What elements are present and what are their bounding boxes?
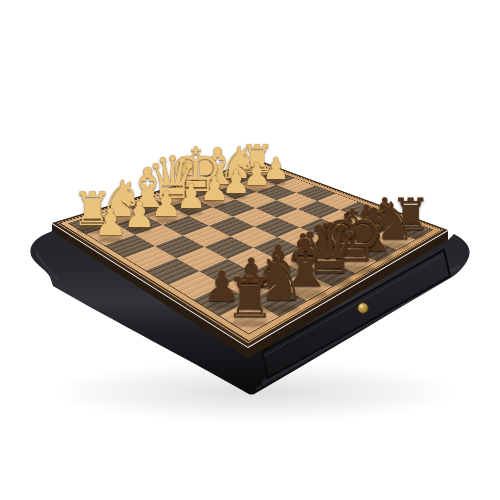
drawer-knob[interactable]: [358, 303, 368, 313]
chess-set-photo: ♜♞♝♛♚♝♞♜♟♟♟♟♟♟♟♟♟♟♟♟♟♟♟♟♜♞♝♛♚♝♞♜: [0, 0, 500, 500]
drawer-knob-highlight: [360, 305, 363, 308]
